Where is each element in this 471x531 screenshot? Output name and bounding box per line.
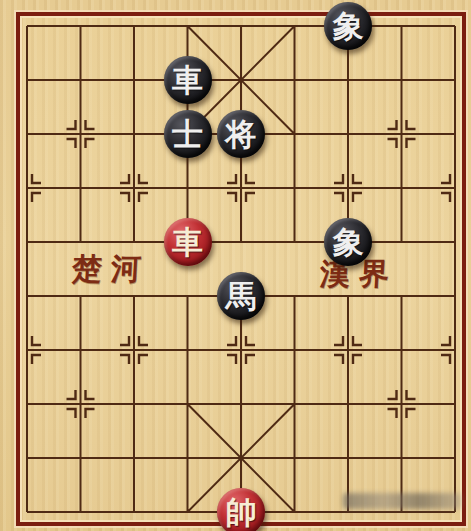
- board-point[interactable]: [0, 485, 54, 531]
- river-label-chu-he: 楚河: [71, 249, 151, 290]
- board-point[interactable]: [268, 215, 322, 269]
- board-point[interactable]: [428, 269, 471, 323]
- piece-black-general[interactable]: 将: [217, 110, 265, 158]
- piece-red-chariot[interactable]: 車: [164, 218, 212, 266]
- board-point[interactable]: [0, 431, 54, 485]
- piece-cell: 馬: [214, 269, 268, 323]
- board-point[interactable]: [161, 0, 215, 53]
- board-point[interactable]: [107, 0, 161, 53]
- board-point[interactable]: [321, 161, 375, 215]
- piece-black-elephant-2[interactable]: 象: [324, 218, 372, 266]
- board-point[interactable]: [268, 377, 322, 431]
- board-point[interactable]: [107, 431, 161, 485]
- board-point[interactable]: [214, 161, 268, 215]
- board-point[interactable]: [268, 431, 322, 485]
- board-point[interactable]: [0, 377, 54, 431]
- board-point[interactable]: [268, 485, 322, 531]
- board-point[interactable]: [268, 323, 322, 377]
- piece-cell: 車: [161, 53, 215, 107]
- board-point[interactable]: [321, 107, 375, 161]
- board-point[interactable]: [375, 431, 429, 485]
- board-point[interactable]: [375, 107, 429, 161]
- board-point[interactable]: [107, 377, 161, 431]
- piece-cell: 車: [161, 215, 215, 269]
- piece-cell: 象: [321, 215, 375, 269]
- board-point[interactable]: [375, 161, 429, 215]
- board-point[interactable]: [0, 53, 54, 107]
- piece-cell: 士: [161, 107, 215, 161]
- board-point[interactable]: [107, 323, 161, 377]
- board-point[interactable]: [375, 323, 429, 377]
- board-point[interactable]: [161, 485, 215, 531]
- board-point[interactable]: [107, 485, 161, 531]
- piece-black-elephant-1[interactable]: 象: [324, 2, 372, 50]
- piece-cell: 帥: [214, 485, 268, 531]
- board-point[interactable]: [107, 107, 161, 161]
- board-point[interactable]: [214, 53, 268, 107]
- piece-cell: 将: [214, 107, 268, 161]
- board-point[interactable]: [428, 161, 471, 215]
- board-point[interactable]: [428, 53, 471, 107]
- board-point[interactable]: [268, 107, 322, 161]
- board-point[interactable]: [107, 161, 161, 215]
- blurred-watermark: [343, 493, 461, 509]
- piece-red-general[interactable]: 帥: [217, 488, 265, 531]
- board-point[interactable]: [0, 269, 54, 323]
- xiangqi-board[interactable]: 象車士将車象馬帥: [0, 0, 471, 531]
- board-point[interactable]: [375, 0, 429, 53]
- board-point[interactable]: [428, 0, 471, 53]
- board-point[interactable]: [54, 107, 108, 161]
- board-point[interactable]: [268, 53, 322, 107]
- board-point[interactable]: [428, 215, 471, 269]
- board-point[interactable]: [321, 377, 375, 431]
- board-point[interactable]: [161, 431, 215, 485]
- board-point[interactable]: [107, 53, 161, 107]
- board-point[interactable]: [161, 161, 215, 215]
- board-point[interactable]: [428, 323, 471, 377]
- piece-cell: 象: [321, 0, 375, 53]
- board-point[interactable]: [0, 107, 54, 161]
- board-point[interactable]: [0, 323, 54, 377]
- board-point[interactable]: [214, 215, 268, 269]
- board-point[interactable]: [321, 323, 375, 377]
- board-point[interactable]: [214, 0, 268, 53]
- board-point[interactable]: [54, 161, 108, 215]
- board-point[interactable]: [428, 377, 471, 431]
- piece-black-horse[interactable]: 馬: [217, 272, 265, 320]
- board-point[interactable]: [161, 269, 215, 323]
- board-point[interactable]: [54, 323, 108, 377]
- board-point[interactable]: [0, 161, 54, 215]
- board-point[interactable]: [161, 377, 215, 431]
- xiangqi-app-screen: 楚河 漢界 象車士将車象馬帥: [0, 0, 471, 531]
- piece-black-chariot[interactable]: 車: [164, 56, 212, 104]
- board-point[interactable]: [54, 431, 108, 485]
- board-point[interactable]: [54, 485, 108, 531]
- board-point[interactable]: [54, 377, 108, 431]
- board-point[interactable]: [375, 53, 429, 107]
- board-point[interactable]: [321, 431, 375, 485]
- board-point[interactable]: [428, 431, 471, 485]
- board-point[interactable]: [214, 323, 268, 377]
- board-point[interactable]: [161, 323, 215, 377]
- board-point[interactable]: [0, 0, 54, 53]
- board-point[interactable]: [54, 53, 108, 107]
- board-point[interactable]: [0, 215, 54, 269]
- board-point[interactable]: [321, 53, 375, 107]
- board-point[interactable]: [214, 377, 268, 431]
- board-point[interactable]: [54, 0, 108, 53]
- board-point[interactable]: [428, 107, 471, 161]
- board-point[interactable]: [268, 0, 322, 53]
- board-point[interactable]: [268, 269, 322, 323]
- board-point[interactable]: [375, 377, 429, 431]
- board-point[interactable]: [268, 161, 322, 215]
- piece-black-advisor[interactable]: 士: [164, 110, 212, 158]
- board-point[interactable]: [214, 431, 268, 485]
